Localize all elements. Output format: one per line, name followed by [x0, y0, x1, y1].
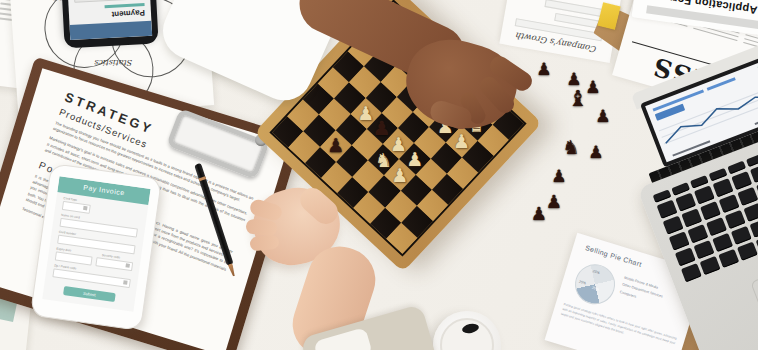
black-smartphone: Payment	[55, 0, 158, 48]
keyboard-key[interactable]	[681, 263, 702, 282]
black-bishop-captured[interactable]: ♝	[568, 88, 588, 110]
phone-app-header-bar	[70, 21, 153, 40]
black-pawn-captured[interactable]: ♟	[536, 61, 551, 78]
dropdown-icon	[83, 206, 88, 211]
white-pawn[interactable]: ♟	[406, 149, 423, 168]
black-pawn-captured[interactable]: ♟	[531, 205, 547, 223]
desk-scene: Marketing Statistics Payment STRATEGY Pr…	[0, 0, 758, 350]
keyboard-key[interactable]	[700, 256, 721, 275]
keyboard-key[interactable]	[750, 219, 758, 238]
black-pawn-captured[interactable]: ♟	[551, 168, 566, 185]
dropdown-icon	[123, 280, 128, 285]
white-pawn[interactable]: ♟	[390, 134, 407, 153]
payment-field	[74, 0, 144, 3]
black-pawn-captured[interactable]: ♟	[546, 193, 562, 211]
keyboard-key[interactable]	[718, 249, 739, 268]
black-knight-captured[interactable]: ♞	[562, 138, 579, 157]
submit-button[interactable]: Submit	[63, 286, 115, 302]
coffee-cup-lid	[433, 311, 501, 350]
black-pawn[interactable]: ♟	[374, 119, 391, 138]
black-pawn-captured[interactable]: ♟	[595, 108, 610, 125]
pay-invoice-screen: Pay Invoice Card Type Name on card Card …	[42, 176, 150, 312]
dropdown-icon	[125, 263, 130, 268]
keyboard-key[interactable]	[746, 154, 758, 168]
keyboard-key[interactable]	[737, 242, 758, 261]
black-pawn-captured[interactable]: ♟	[588, 144, 603, 161]
black-pawn[interactable]: ♟	[327, 136, 344, 155]
coffee-lid-ring	[440, 318, 494, 350]
white-smartphone: Pay Invoice Card Type Name on card Card …	[30, 163, 162, 331]
black-phone-screen: Payment	[62, 0, 152, 40]
payment-heading: Payment	[69, 8, 145, 21]
white-pawn[interactable]: ♟	[357, 104, 374, 123]
pie-paper-body: Putting good strategy rules takes others…	[560, 302, 677, 350]
pie-chart	[570, 259, 620, 309]
keyboard-key[interactable]	[750, 164, 758, 183]
venn-label-statistics: Statistics	[95, 58, 133, 67]
keyboard-key[interactable]	[743, 203, 758, 222]
